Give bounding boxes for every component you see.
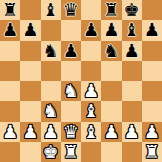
- piece-black-bishop[interactable]: ♝: [124, 21, 140, 39]
- square-f2[interactable]: ♟: [101, 122, 121, 142]
- square-b4[interactable]: [20, 81, 40, 101]
- square-b1[interactable]: [20, 142, 40, 162]
- square-h1[interactable]: ♜: [142, 142, 162, 162]
- square-b8[interactable]: [20, 0, 40, 20]
- piece-black-pawn[interactable]: ♟: [2, 21, 18, 39]
- piece-white-rook[interactable]: ♜: [144, 142, 160, 160]
- piece-black-knight[interactable]: ♞: [103, 41, 119, 59]
- square-a5[interactable]: [0, 61, 20, 81]
- square-f5[interactable]: [101, 61, 121, 81]
- square-a2[interactable]: ♟: [0, 122, 20, 142]
- piece-white-queen[interactable]: ♛: [63, 122, 79, 140]
- square-e7[interactable]: ♟: [81, 20, 101, 40]
- piece-white-pawn[interactable]: ♟: [43, 122, 59, 140]
- piece-black-pawn[interactable]: ♟: [63, 41, 79, 59]
- piece-white-king[interactable]: ♚: [43, 142, 59, 160]
- square-a3[interactable]: [0, 101, 20, 121]
- square-a1[interactable]: [0, 142, 20, 162]
- square-e6[interactable]: [81, 41, 101, 61]
- square-g2[interactable]: ♟: [122, 122, 142, 142]
- square-g7[interactable]: ♝: [122, 20, 142, 40]
- square-f1[interactable]: [101, 142, 121, 162]
- square-h4[interactable]: [142, 81, 162, 101]
- square-e8[interactable]: [81, 0, 101, 20]
- square-c5[interactable]: [41, 61, 61, 81]
- square-d2[interactable]: ♛: [61, 122, 81, 142]
- piece-white-bishop[interactable]: ♝: [83, 122, 99, 140]
- square-d8[interactable]: ♛: [61, 0, 81, 20]
- square-g8[interactable]: ♚: [122, 0, 142, 20]
- piece-white-knight[interactable]: ♞: [63, 82, 79, 100]
- square-c3[interactable]: ♞: [41, 101, 61, 121]
- piece-black-pawn[interactable]: ♟: [124, 41, 140, 59]
- square-c6[interactable]: ♞: [41, 41, 61, 61]
- square-f7[interactable]: ♟: [101, 20, 121, 40]
- square-h5[interactable]: [142, 61, 162, 81]
- square-f6[interactable]: ♞: [101, 41, 121, 61]
- piece-white-pawn[interactable]: ♟: [22, 122, 38, 140]
- square-e4[interactable]: ♟: [81, 81, 101, 101]
- square-d7[interactable]: [61, 20, 81, 40]
- piece-black-king[interactable]: ♚: [124, 1, 140, 19]
- square-h2[interactable]: ♟: [142, 122, 162, 142]
- square-d4[interactable]: ♞: [61, 81, 81, 101]
- square-e2[interactable]: ♝: [81, 122, 101, 142]
- square-c2[interactable]: ♟: [41, 122, 61, 142]
- piece-black-rook[interactable]: ♜: [103, 1, 119, 19]
- square-f4[interactable]: [101, 81, 121, 101]
- square-a4[interactable]: [0, 81, 20, 101]
- piece-white-pawn[interactable]: ♟: [83, 82, 99, 100]
- piece-black-pawn[interactable]: ♟: [22, 21, 38, 39]
- square-d1[interactable]: ♜: [61, 142, 81, 162]
- piece-white-knight[interactable]: ♞: [43, 102, 59, 120]
- square-h7[interactable]: ♟: [142, 20, 162, 40]
- piece-white-pawn[interactable]: ♟: [103, 122, 119, 140]
- square-b7[interactable]: ♟: [20, 20, 40, 40]
- square-b5[interactable]: [20, 61, 40, 81]
- square-d3[interactable]: [61, 101, 81, 121]
- piece-black-knight[interactable]: ♞: [43, 41, 59, 59]
- square-e3[interactable]: ♝: [81, 101, 101, 121]
- square-g6[interactable]: ♟: [122, 41, 142, 61]
- square-g4[interactable]: [122, 81, 142, 101]
- square-c7[interactable]: [41, 20, 61, 40]
- square-d5[interactable]: [61, 61, 81, 81]
- square-b3[interactable]: [20, 101, 40, 121]
- square-b6[interactable]: [20, 41, 40, 61]
- piece-white-pawn[interactable]: ♟: [124, 122, 140, 140]
- square-c8[interactable]: ♝: [41, 0, 61, 20]
- square-d6[interactable]: ♟: [61, 41, 81, 61]
- square-g3[interactable]: [122, 101, 142, 121]
- square-h6[interactable]: [142, 41, 162, 61]
- piece-black-rook[interactable]: ♜: [2, 1, 18, 19]
- square-b2[interactable]: ♟: [20, 122, 40, 142]
- piece-white-pawn[interactable]: ♟: [144, 122, 160, 140]
- square-a6[interactable]: [0, 41, 20, 61]
- square-c1[interactable]: ♚: [41, 142, 61, 162]
- piece-white-pawn[interactable]: ♟: [2, 122, 18, 140]
- square-e1[interactable]: [81, 142, 101, 162]
- square-c4[interactable]: [41, 81, 61, 101]
- piece-black-bishop[interactable]: ♝: [43, 1, 59, 19]
- square-f3[interactable]: [101, 101, 121, 121]
- piece-white-bishop[interactable]: ♝: [83, 102, 99, 120]
- piece-black-pawn[interactable]: ♟: [144, 21, 160, 39]
- square-a7[interactable]: ♟: [0, 20, 20, 40]
- square-f8[interactable]: ♜: [101, 0, 121, 20]
- square-e5[interactable]: [81, 61, 101, 81]
- piece-black-queen[interactable]: ♛: [63, 1, 79, 19]
- square-h8[interactable]: [142, 0, 162, 20]
- square-g5[interactable]: [122, 61, 142, 81]
- chess-board: ♜♝♛♜♚♟♟♟♟♝♟♞♟♞♟♞♟♞♝♟♟♟♛♝♟♟♟♚♜♜: [0, 0, 162, 162]
- square-g1[interactable]: [122, 142, 142, 162]
- piece-white-rook[interactable]: ♜: [63, 142, 79, 160]
- piece-black-pawn[interactable]: ♟: [103, 21, 119, 39]
- square-h3[interactable]: [142, 101, 162, 121]
- square-a8[interactable]: ♜: [0, 0, 20, 20]
- piece-black-pawn[interactable]: ♟: [83, 21, 99, 39]
